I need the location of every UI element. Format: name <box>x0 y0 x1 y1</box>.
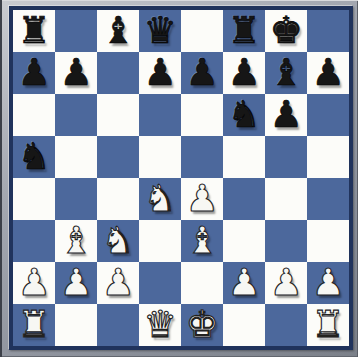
square-b5[interactable] <box>55 136 97 178</box>
square-e2[interactable] <box>181 262 223 304</box>
square-g6[interactable]: ♟ <box>265 94 307 136</box>
black-pawn[interactable]: ♟ <box>17 54 50 91</box>
black-pawn[interactable]: ♟ <box>59 54 92 91</box>
square-h8[interactable] <box>307 10 349 52</box>
white-pawn[interactable]: ♟ <box>185 180 218 217</box>
black-knight[interactable]: ♞ <box>227 96 260 133</box>
white-rook[interactable]: ♜ <box>311 306 344 343</box>
square-c8[interactable]: ♝ <box>97 10 139 52</box>
black-bishop[interactable]: ♝ <box>269 54 302 91</box>
square-g7[interactable]: ♝ <box>265 52 307 94</box>
black-bishop[interactable]: ♝ <box>101 12 134 49</box>
black-king[interactable]: ♚ <box>269 12 302 49</box>
square-h3[interactable] <box>307 220 349 262</box>
square-b8[interactable] <box>55 10 97 52</box>
square-e5[interactable] <box>181 136 223 178</box>
square-f7[interactable]: ♟ <box>223 52 265 94</box>
black-pawn[interactable]: ♟ <box>185 54 218 91</box>
square-h7[interactable]: ♟ <box>307 52 349 94</box>
square-h4[interactable] <box>307 178 349 220</box>
square-b6[interactable] <box>55 94 97 136</box>
white-pawn[interactable]: ♟ <box>227 264 260 301</box>
square-e7[interactable]: ♟ <box>181 52 223 94</box>
white-rook[interactable]: ♜ <box>17 306 50 343</box>
square-h6[interactable] <box>307 94 349 136</box>
black-rook[interactable]: ♜ <box>17 12 50 49</box>
white-pawn[interactable]: ♟ <box>269 264 302 301</box>
black-rook[interactable]: ♜ <box>227 12 260 49</box>
square-d8[interactable]: ♛ <box>139 10 181 52</box>
square-g3[interactable] <box>265 220 307 262</box>
square-c5[interactable] <box>97 136 139 178</box>
square-f4[interactable] <box>223 178 265 220</box>
square-a1[interactable]: ♜ <box>13 304 55 346</box>
square-f8[interactable]: ♜ <box>223 10 265 52</box>
board-border: ♜♝♛♜♚♟♟♟♟♟♝♟♞♟♞♞♟♝♞♝♟♟♟♟♟♟♜♛♚♜ <box>9 6 353 350</box>
board-frame: ♜♝♛♜♚♟♟♟♟♟♝♟♞♟♞♞♟♝♞♝♟♟♟♟♟♟♜♛♚♜ <box>0 0 358 357</box>
square-g8[interactable]: ♚ <box>265 10 307 52</box>
white-pawn[interactable]: ♟ <box>59 264 92 301</box>
square-e6[interactable] <box>181 94 223 136</box>
black-pawn[interactable]: ♟ <box>269 96 302 133</box>
square-e4[interactable]: ♟ <box>181 178 223 220</box>
square-c1[interactable] <box>97 304 139 346</box>
black-queen[interactable]: ♛ <box>143 12 176 49</box>
white-bishop[interactable]: ♝ <box>59 222 92 259</box>
square-c3[interactable]: ♞ <box>97 220 139 262</box>
square-e1[interactable]: ♚ <box>181 304 223 346</box>
square-f3[interactable] <box>223 220 265 262</box>
square-d6[interactable] <box>139 94 181 136</box>
square-b1[interactable] <box>55 304 97 346</box>
square-b3[interactable]: ♝ <box>55 220 97 262</box>
square-f1[interactable] <box>223 304 265 346</box>
white-knight[interactable]: ♞ <box>101 222 134 259</box>
square-c2[interactable]: ♟ <box>97 262 139 304</box>
square-a2[interactable]: ♟ <box>13 262 55 304</box>
square-e8[interactable] <box>181 10 223 52</box>
square-g5[interactable] <box>265 136 307 178</box>
square-e3[interactable]: ♝ <box>181 220 223 262</box>
square-a7[interactable]: ♟ <box>13 52 55 94</box>
chess-board: ♜♝♛♜♚♟♟♟♟♟♝♟♞♟♞♞♟♝♞♝♟♟♟♟♟♟♜♛♚♜ <box>13 10 349 346</box>
black-knight[interactable]: ♞ <box>17 138 50 175</box>
square-a4[interactable] <box>13 178 55 220</box>
square-a5[interactable]: ♞ <box>13 136 55 178</box>
square-g2[interactable]: ♟ <box>265 262 307 304</box>
white-bishop[interactable]: ♝ <box>185 222 218 259</box>
square-d3[interactable] <box>139 220 181 262</box>
square-d5[interactable] <box>139 136 181 178</box>
square-a8[interactable]: ♜ <box>13 10 55 52</box>
black-pawn[interactable]: ♟ <box>227 54 260 91</box>
square-f6[interactable]: ♞ <box>223 94 265 136</box>
square-a6[interactable] <box>13 94 55 136</box>
square-g4[interactable] <box>265 178 307 220</box>
white-pawn[interactable]: ♟ <box>311 264 344 301</box>
square-a3[interactable] <box>13 220 55 262</box>
white-knight[interactable]: ♞ <box>143 180 176 217</box>
square-h1[interactable]: ♜ <box>307 304 349 346</box>
black-pawn[interactable]: ♟ <box>311 54 344 91</box>
square-d1[interactable]: ♛ <box>139 304 181 346</box>
square-d4[interactable]: ♞ <box>139 178 181 220</box>
square-c7[interactable] <box>97 52 139 94</box>
white-pawn[interactable]: ♟ <box>101 264 134 301</box>
square-b2[interactable]: ♟ <box>55 262 97 304</box>
square-d2[interactable] <box>139 262 181 304</box>
square-h2[interactable]: ♟ <box>307 262 349 304</box>
black-pawn[interactable]: ♟ <box>143 54 176 91</box>
square-h5[interactable] <box>307 136 349 178</box>
square-f2[interactable]: ♟ <box>223 262 265 304</box>
square-b4[interactable] <box>55 178 97 220</box>
white-queen[interactable]: ♛ <box>143 306 176 343</box>
square-g1[interactable] <box>265 304 307 346</box>
square-b7[interactable]: ♟ <box>55 52 97 94</box>
white-pawn[interactable]: ♟ <box>17 264 50 301</box>
square-c4[interactable] <box>97 178 139 220</box>
square-d7[interactable]: ♟ <box>139 52 181 94</box>
square-f5[interactable] <box>223 136 265 178</box>
square-c6[interactable] <box>97 94 139 136</box>
white-king[interactable]: ♚ <box>185 306 218 343</box>
